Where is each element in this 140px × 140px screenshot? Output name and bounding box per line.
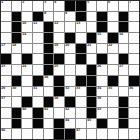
- clue-number-36: 36: [129, 86, 133, 89]
- clue-number-38: 38: [54, 96, 58, 99]
- cell-r10c10[interactable]: [108, 108, 118, 118]
- clue-number-45: 45: [87, 118, 91, 121]
- cell-r10c0[interactable]: [1, 108, 11, 118]
- clue-number-3: 3: [44, 0, 46, 3]
- cell-r2c6[interactable]: [65, 22, 75, 32]
- clue-number-18: 18: [12, 43, 16, 46]
- cell-r8c1[interactable]: 30: [12, 87, 22, 97]
- cell-r2c8[interactable]: [87, 22, 97, 32]
- cell-r7c2[interactable]: [22, 76, 32, 86]
- clue-number-16: 16: [119, 32, 123, 35]
- cell-r12c3[interactable]: [33, 129, 43, 139]
- crossword-board: 1234567891011121314151617181920212223242…: [0, 0, 140, 140]
- cell-r10c7[interactable]: [76, 108, 86, 118]
- block-r9c8: [87, 97, 97, 107]
- clue-number-7: 7: [129, 0, 131, 3]
- cell-r11c2[interactable]: [22, 119, 32, 129]
- block-r3c1: [12, 33, 22, 43]
- clue-number-39: 39: [97, 96, 101, 99]
- cell-r6c1[interactable]: [12, 65, 22, 75]
- cell-r8c4[interactable]: [44, 87, 54, 97]
- block-r6c8: [87, 65, 97, 75]
- cell-r6c9[interactable]: 26: [97, 65, 107, 75]
- clue-number-10: 10: [22, 21, 26, 24]
- clue-number-15: 15: [97, 32, 101, 35]
- cell-r4c12[interactable]: [129, 44, 139, 54]
- cell-r3c11[interactable]: 16: [119, 33, 129, 43]
- block-r7c1: [12, 76, 22, 86]
- cell-r2c0[interactable]: [1, 22, 11, 32]
- cell-r7c9[interactable]: [97, 76, 107, 86]
- clue-number-1: 1: [1, 0, 3, 3]
- block-r10c11: [119, 108, 129, 118]
- cell-r0c10[interactable]: 6: [108, 1, 118, 11]
- cell-r4c3[interactable]: [33, 44, 43, 54]
- cell-r3c9[interactable]: 15: [97, 33, 107, 43]
- block-r8c8: [87, 87, 97, 97]
- block-r9c4: [44, 97, 54, 107]
- cell-r10c2[interactable]: 40: [22, 108, 32, 118]
- block-r7c8: [87, 76, 97, 86]
- block-r10c1: [12, 108, 22, 118]
- cell-r6c5[interactable]: 25: [54, 65, 64, 75]
- clue-number-24: 24: [22, 64, 26, 67]
- cell-r3c12[interactable]: [129, 33, 139, 43]
- cell-r1c4[interactable]: 8: [44, 12, 54, 22]
- cell-r10c12[interactable]: [129, 108, 139, 118]
- cell-r7c11[interactable]: [119, 76, 129, 86]
- block-r5c0: [1, 54, 11, 64]
- cell-r9c7[interactable]: [76, 97, 86, 107]
- cell-r3c7[interactable]: [76, 33, 86, 43]
- block-r9c6: [65, 97, 75, 107]
- cell-r12c10[interactable]: [108, 129, 118, 139]
- cell-r8c11[interactable]: [119, 87, 129, 97]
- clue-number-46: 46: [1, 128, 5, 131]
- cell-r6c12[interactable]: [129, 65, 139, 75]
- clue-number-6: 6: [108, 0, 110, 3]
- block-r10c8: [87, 108, 97, 118]
- cell-r4c6[interactable]: 20: [65, 44, 75, 54]
- cell-r8c6[interactable]: 32: [65, 87, 75, 97]
- block-r11c3: [33, 119, 43, 129]
- block-r3c4: [44, 33, 54, 43]
- clue-number-23: 23: [1, 64, 5, 67]
- cell-r1c12[interactable]: [129, 12, 139, 22]
- block-r1c1: [12, 12, 22, 22]
- cell-r0c11[interactable]: [119, 1, 129, 11]
- block-r9c2: [22, 97, 32, 107]
- block-r2c1: [12, 22, 22, 32]
- cell-r10c4[interactable]: 41: [44, 108, 54, 118]
- cell-r8c0[interactable]: 29: [1, 87, 11, 97]
- clue-number-5: 5: [87, 0, 89, 3]
- cell-r4c10[interactable]: 22: [108, 44, 118, 54]
- cell-r5c1[interactable]: [12, 54, 22, 64]
- clue-number-34: 34: [97, 86, 101, 89]
- block-r4c4: [44, 44, 54, 54]
- block-r0c7: [76, 1, 86, 11]
- cell-r0c12[interactable]: 7: [129, 1, 139, 11]
- block-r7c5: [54, 76, 64, 86]
- clue-number-25: 25: [54, 64, 58, 67]
- cell-r12c9[interactable]: [97, 129, 107, 139]
- cell-r8c7[interactable]: 33: [76, 87, 86, 97]
- cell-r9c9[interactable]: 39: [97, 97, 107, 107]
- block-r0c6: [65, 1, 75, 11]
- cell-r6c6[interactable]: [65, 65, 75, 75]
- cell-r8c10[interactable]: 35: [108, 87, 118, 97]
- block-r4c7: [76, 44, 86, 54]
- cell-r11c6[interactable]: 44: [65, 119, 75, 129]
- block-r12c5: [54, 129, 64, 139]
- block-r7c3: [33, 76, 43, 86]
- cell-r4c2[interactable]: [22, 44, 32, 54]
- cell-r4c5[interactable]: 19: [54, 44, 64, 54]
- clue-number-43: 43: [97, 107, 101, 110]
- block-r8c5: [54, 87, 64, 97]
- clue-number-9: 9: [65, 11, 67, 14]
- block-r10c3: [33, 108, 43, 118]
- cell-r12c12[interactable]: [129, 129, 139, 139]
- clue-number-21: 21: [87, 43, 91, 46]
- cell-r5c6[interactable]: [65, 54, 75, 64]
- cell-r0c3[interactable]: [33, 1, 43, 11]
- clue-number-26: 26: [97, 64, 101, 67]
- cell-r3c3[interactable]: [33, 33, 43, 43]
- clue-number-32: 32: [65, 86, 69, 89]
- clue-number-27: 27: [119, 64, 123, 67]
- clue-number-40: 40: [22, 107, 26, 110]
- cell-r9c3[interactable]: [33, 97, 43, 107]
- cell-r8c2[interactable]: [22, 87, 32, 97]
- block-r1c3: [33, 12, 43, 22]
- cell-r7c0[interactable]: [1, 76, 11, 86]
- cell-r0c8[interactable]: 5: [87, 1, 97, 11]
- cell-r1c10[interactable]: [108, 12, 118, 22]
- clue-number-44: 44: [65, 118, 69, 121]
- block-r2c11: [119, 22, 129, 32]
- block-r11c1: [12, 119, 22, 129]
- block-r12c6: [65, 129, 75, 139]
- clue-number-28: 28: [44, 75, 48, 78]
- block-r5c9: [97, 54, 107, 64]
- cell-r4c0[interactable]: 17: [1, 44, 11, 54]
- clue-number-8: 8: [44, 11, 46, 14]
- clue-number-31: 31: [33, 86, 37, 89]
- cell-r3c0[interactable]: [1, 33, 11, 43]
- cell-r2c7[interactable]: 13: [76, 22, 86, 32]
- cell-r0c0[interactable]: 1: [1, 1, 11, 11]
- cell-r10c5[interactable]: [54, 108, 64, 118]
- block-r5c11: [119, 54, 129, 64]
- cell-r6c10[interactable]: [108, 65, 118, 75]
- clue-number-29: 29: [1, 86, 5, 89]
- clue-number-11: 11: [33, 21, 37, 24]
- cell-r9c12[interactable]: [129, 97, 139, 107]
- cell-r5c10[interactable]: [108, 54, 118, 64]
- cell-r4c11[interactable]: [119, 44, 129, 54]
- cell-r9c10[interactable]: [108, 97, 118, 107]
- clue-number-33: 33: [76, 86, 80, 89]
- block-r2c9: [97, 22, 107, 32]
- cell-r11c8[interactable]: 45: [87, 119, 97, 129]
- cell-r12c11[interactable]: [119, 129, 129, 139]
- cell-r0c9[interactable]: [97, 1, 107, 11]
- block-r5c7: [76, 54, 86, 64]
- cell-r12c2[interactable]: [22, 129, 32, 139]
- cell-r8c3[interactable]: 31: [33, 87, 43, 97]
- clue-number-35: 35: [108, 86, 112, 89]
- cell-r1c8[interactable]: [87, 12, 97, 22]
- clue-number-17: 17: [1, 43, 5, 46]
- clue-number-20: 20: [65, 43, 69, 46]
- clue-number-14: 14: [22, 32, 26, 35]
- cell-r0c2[interactable]: 2: [22, 1, 32, 11]
- cell-r1c6[interactable]: 9: [65, 12, 75, 22]
- cell-r4c9[interactable]: [97, 44, 107, 54]
- cell-r6c7[interactable]: [76, 65, 86, 75]
- cell-r11c0[interactable]: [1, 119, 11, 129]
- clue-number-19: 19: [54, 43, 58, 46]
- cell-r10c9[interactable]: 43: [97, 108, 107, 118]
- cell-r11c10[interactable]: [108, 119, 118, 129]
- block-r7c7: [76, 76, 86, 86]
- cell-r0c1[interactable]: [12, 1, 22, 11]
- clue-number-42: 42: [65, 107, 69, 110]
- clue-number-47: 47: [76, 128, 80, 131]
- block-r1c11: [119, 12, 129, 22]
- cell-r10c6[interactable]: 42: [65, 108, 75, 118]
- block-r1c9: [97, 12, 107, 22]
- cell-r6c0[interactable]: 23: [1, 65, 11, 75]
- cell-r12c8[interactable]: [87, 129, 97, 139]
- cell-r12c7[interactable]: 47: [76, 129, 86, 139]
- block-r7c10: [108, 76, 118, 86]
- cell-r0c5[interactable]: 4: [54, 1, 64, 11]
- cell-r7c6[interactable]: [65, 76, 75, 86]
- cell-r9c5[interactable]: 38: [54, 97, 64, 107]
- cell-r4c1[interactable]: 18: [12, 44, 22, 54]
- block-r3c6: [65, 33, 75, 43]
- cell-r9c0[interactable]: 37: [1, 97, 11, 107]
- cell-r6c2[interactable]: 24: [22, 65, 32, 75]
- cell-r5c3[interactable]: [33, 54, 43, 64]
- clue-number-13: 13: [76, 21, 80, 24]
- cell-r12c0[interactable]: 46: [1, 129, 11, 139]
- block-r3c8: [87, 33, 97, 43]
- cell-r0c4[interactable]: 3: [44, 1, 54, 11]
- cell-r2c12[interactable]: [129, 22, 139, 32]
- clue-number-22: 22: [108, 43, 112, 46]
- cell-r6c3[interactable]: [33, 65, 43, 75]
- block-r5c4: [44, 54, 54, 64]
- cell-r4c8[interactable]: 21: [87, 44, 97, 54]
- block-r11c9: [97, 119, 107, 129]
- cell-r7c4[interactable]: 28: [44, 76, 54, 86]
- cell-r5c12[interactable]: [129, 54, 139, 64]
- cell-r6c11[interactable]: 27: [119, 65, 129, 75]
- clue-number-4: 4: [54, 0, 56, 3]
- cell-r5c8[interactable]: [87, 54, 97, 64]
- block-r7c12: [129, 76, 139, 86]
- cell-r9c1[interactable]: [12, 97, 22, 107]
- cell-r2c5[interactable]: 12: [54, 22, 64, 32]
- clue-number-12: 12: [54, 21, 58, 24]
- cell-r12c4[interactable]: [44, 129, 54, 139]
- clue-number-30: 30: [12, 86, 16, 89]
- clue-number-37: 37: [1, 96, 5, 99]
- clue-number-41: 41: [44, 107, 48, 110]
- cell-r8c9[interactable]: 34: [97, 87, 107, 97]
- cell-r2c2[interactable]: 10: [22, 22, 32, 32]
- block-r6c4: [44, 65, 54, 75]
- cell-r2c3[interactable]: 11: [33, 22, 43, 32]
- block-r2c4: [44, 22, 54, 32]
- cell-r11c4[interactable]: [44, 119, 54, 129]
- block-r5c2: [22, 54, 32, 64]
- block-r11c11: [119, 119, 129, 129]
- block-r11c5: [54, 119, 64, 129]
- cell-r1c5[interactable]: [54, 12, 64, 22]
- cell-r11c12[interactable]: [129, 119, 139, 129]
- cell-r2c10[interactable]: [108, 22, 118, 32]
- block-r5c5: [54, 54, 64, 64]
- block-r1c7: [76, 12, 86, 22]
- cell-r11c7[interactable]: [76, 119, 86, 129]
- cell-r3c5[interactable]: [54, 33, 64, 43]
- cell-r8c12[interactable]: 36: [129, 87, 139, 97]
- clue-number-2: 2: [22, 0, 24, 3]
- cell-r1c0[interactable]: [1, 12, 11, 22]
- block-r9c11: [119, 97, 129, 107]
- cell-r12c1[interactable]: [12, 129, 22, 139]
- cell-r3c2[interactable]: 14: [22, 33, 32, 43]
- block-r3c10: [108, 33, 118, 43]
- cell-r1c2[interactable]: [22, 12, 32, 22]
